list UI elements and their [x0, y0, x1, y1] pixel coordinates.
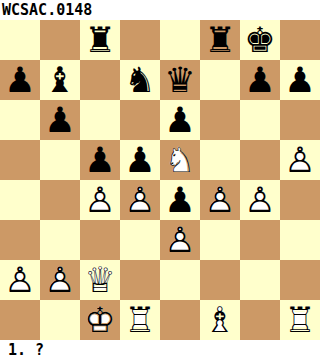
square-a6[interactable]	[0, 100, 40, 140]
square-d2[interactable]	[120, 260, 160, 300]
piece-white-bishop[interactable]: ♝♗	[200, 300, 240, 340]
square-c5[interactable]: ♟	[80, 140, 120, 180]
square-h6[interactable]	[280, 100, 320, 140]
square-g4[interactable]: ♟♙	[240, 180, 280, 220]
square-f4[interactable]: ♟♙	[200, 180, 240, 220]
square-c6[interactable]	[80, 100, 120, 140]
piece-black-bishop[interactable]: ♝	[40, 60, 80, 100]
square-c2[interactable]: ♛♕	[80, 260, 120, 300]
piece-black-pawn[interactable]: ♟	[40, 100, 80, 140]
piece-white-pawn[interactable]: ♟♙	[0, 260, 40, 300]
square-d5[interactable]: ♟	[120, 140, 160, 180]
square-b8[interactable]	[40, 20, 80, 60]
square-a8[interactable]	[0, 20, 40, 60]
square-g6[interactable]	[240, 100, 280, 140]
piece-white-pawn[interactable]: ♟♙	[160, 220, 200, 260]
square-f3[interactable]	[200, 220, 240, 260]
square-f6[interactable]	[200, 100, 240, 140]
piece-white-pawn[interactable]: ♟♙	[200, 180, 240, 220]
piece-white-pawn[interactable]: ♟♙	[240, 180, 280, 220]
square-e8[interactable]	[160, 20, 200, 60]
square-g1[interactable]	[240, 300, 280, 340]
piece-black-pawn[interactable]: ♟	[280, 60, 320, 100]
piece-white-king[interactable]: ♚♔	[80, 300, 120, 340]
page-title: WCSAC.0148	[0, 0, 320, 20]
square-g2[interactable]	[240, 260, 280, 300]
piece-white-rook[interactable]: ♜♖	[120, 300, 160, 340]
piece-white-pawn[interactable]: ♟♙	[120, 180, 160, 220]
square-a3[interactable]	[0, 220, 40, 260]
square-e2[interactable]	[160, 260, 200, 300]
piece-black-knight[interactable]: ♞	[120, 60, 160, 100]
square-h3[interactable]	[280, 220, 320, 260]
square-h5[interactable]: ♟♙	[280, 140, 320, 180]
piece-white-pawn[interactable]: ♟♙	[80, 180, 120, 220]
square-a7[interactable]: ♟	[0, 60, 40, 100]
square-b6[interactable]: ♟	[40, 100, 80, 140]
piece-white-queen[interactable]: ♛♕	[80, 260, 120, 300]
piece-black-pawn[interactable]: ♟	[160, 100, 200, 140]
square-c3[interactable]	[80, 220, 120, 260]
piece-black-pawn[interactable]: ♟	[240, 60, 280, 100]
square-b5[interactable]	[40, 140, 80, 180]
square-b3[interactable]	[40, 220, 80, 260]
piece-black-rook[interactable]: ♜	[80, 20, 120, 60]
piece-white-pawn[interactable]: ♟♙	[40, 260, 80, 300]
chess-board: ♜♜♚♟♝♞♛♟♟♟♟♟♟♞♘♟♙♟♙♟♙♟♟♙♟♙♟♙♟♙♟♙♛♕♚♔♜♖♝♗…	[0, 20, 320, 340]
square-d1[interactable]: ♜♖	[120, 300, 160, 340]
piece-black-queen[interactable]: ♛	[160, 60, 200, 100]
square-c1[interactable]: ♚♔	[80, 300, 120, 340]
square-c7[interactable]	[80, 60, 120, 100]
piece-black-king[interactable]: ♚	[240, 20, 280, 60]
square-e3[interactable]: ♟♙	[160, 220, 200, 260]
square-f8[interactable]: ♜	[200, 20, 240, 60]
piece-white-pawn[interactable]: ♟♙	[280, 140, 320, 180]
square-a5[interactable]	[0, 140, 40, 180]
piece-black-pawn[interactable]: ♟	[160, 180, 200, 220]
move-prompt: 1. ?	[0, 340, 320, 360]
square-e1[interactable]	[160, 300, 200, 340]
square-a2[interactable]: ♟♙	[0, 260, 40, 300]
square-h8[interactable]	[280, 20, 320, 60]
square-a4[interactable]	[0, 180, 40, 220]
square-c4[interactable]: ♟♙	[80, 180, 120, 220]
square-d4[interactable]: ♟♙	[120, 180, 160, 220]
piece-white-knight[interactable]: ♞♘	[160, 140, 200, 180]
square-h2[interactable]	[280, 260, 320, 300]
square-g8[interactable]: ♚	[240, 20, 280, 60]
square-c8[interactable]: ♜	[80, 20, 120, 60]
square-a1[interactable]	[0, 300, 40, 340]
piece-black-pawn[interactable]: ♟	[120, 140, 160, 180]
square-h7[interactable]: ♟	[280, 60, 320, 100]
square-g5[interactable]	[240, 140, 280, 180]
square-b1[interactable]	[40, 300, 80, 340]
square-e6[interactable]: ♟	[160, 100, 200, 140]
square-b2[interactable]: ♟♙	[40, 260, 80, 300]
piece-white-rook[interactable]: ♜♖	[280, 300, 320, 340]
square-d7[interactable]: ♞	[120, 60, 160, 100]
square-f2[interactable]	[200, 260, 240, 300]
square-h1[interactable]: ♜♖	[280, 300, 320, 340]
square-d8[interactable]	[120, 20, 160, 60]
square-e4[interactable]: ♟	[160, 180, 200, 220]
square-e5[interactable]: ♞♘	[160, 140, 200, 180]
square-d6[interactable]	[120, 100, 160, 140]
square-g7[interactable]: ♟	[240, 60, 280, 100]
square-f7[interactable]	[200, 60, 240, 100]
piece-black-rook[interactable]: ♜	[200, 20, 240, 60]
square-g3[interactable]	[240, 220, 280, 260]
square-b7[interactable]: ♝	[40, 60, 80, 100]
square-e7[interactable]: ♛	[160, 60, 200, 100]
piece-black-pawn[interactable]: ♟	[0, 60, 40, 100]
square-f5[interactable]	[200, 140, 240, 180]
square-b4[interactable]	[40, 180, 80, 220]
square-h4[interactable]	[280, 180, 320, 220]
piece-black-pawn[interactable]: ♟	[80, 140, 120, 180]
square-f1[interactable]: ♝♗	[200, 300, 240, 340]
square-d3[interactable]	[120, 220, 160, 260]
